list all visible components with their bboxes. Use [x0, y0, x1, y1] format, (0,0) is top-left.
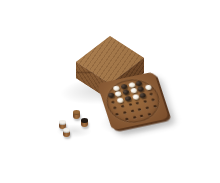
peg-hole[interactable]	[151, 99, 155, 102]
board-blank	[152, 109, 161, 117]
board-grid	[104, 78, 161, 125]
peg-hole[interactable]	[153, 105, 157, 108]
peg-cap	[73, 110, 80, 115]
peg-hole[interactable]	[111, 100, 115, 103]
peg-hole[interactable]	[130, 110, 134, 113]
peg-cap	[81, 118, 88, 123]
peg-hole[interactable]	[147, 112, 151, 115]
peg-hole[interactable]	[125, 117, 129, 120]
peg-hole[interactable]	[113, 107, 117, 110]
peg-hole[interactable]	[138, 108, 142, 111]
peg-hole[interactable]	[143, 100, 147, 103]
loose-peg-black[interactable]	[81, 118, 88, 127]
peg-hole[interactable]	[128, 103, 132, 106]
peg-hole[interactable]	[132, 116, 136, 119]
peg-hole[interactable]	[123, 111, 127, 114]
peg-hole[interactable]	[149, 92, 153, 95]
peg-hole[interactable]	[136, 102, 140, 105]
solitaire-board	[97, 72, 169, 131]
loose-peg-brown[interactable]	[73, 110, 80, 119]
peg-hole[interactable]	[115, 113, 119, 116]
solitaire-board-wrap	[96, 70, 174, 136]
peg-hole[interactable]	[145, 106, 149, 109]
peg-hole[interactable]	[140, 114, 144, 117]
loose-peg-white[interactable]	[63, 128, 70, 137]
peg-cap	[59, 120, 66, 125]
peg-hole[interactable]	[121, 105, 125, 108]
peg-cap	[63, 128, 70, 133]
product-photo	[0, 0, 220, 183]
